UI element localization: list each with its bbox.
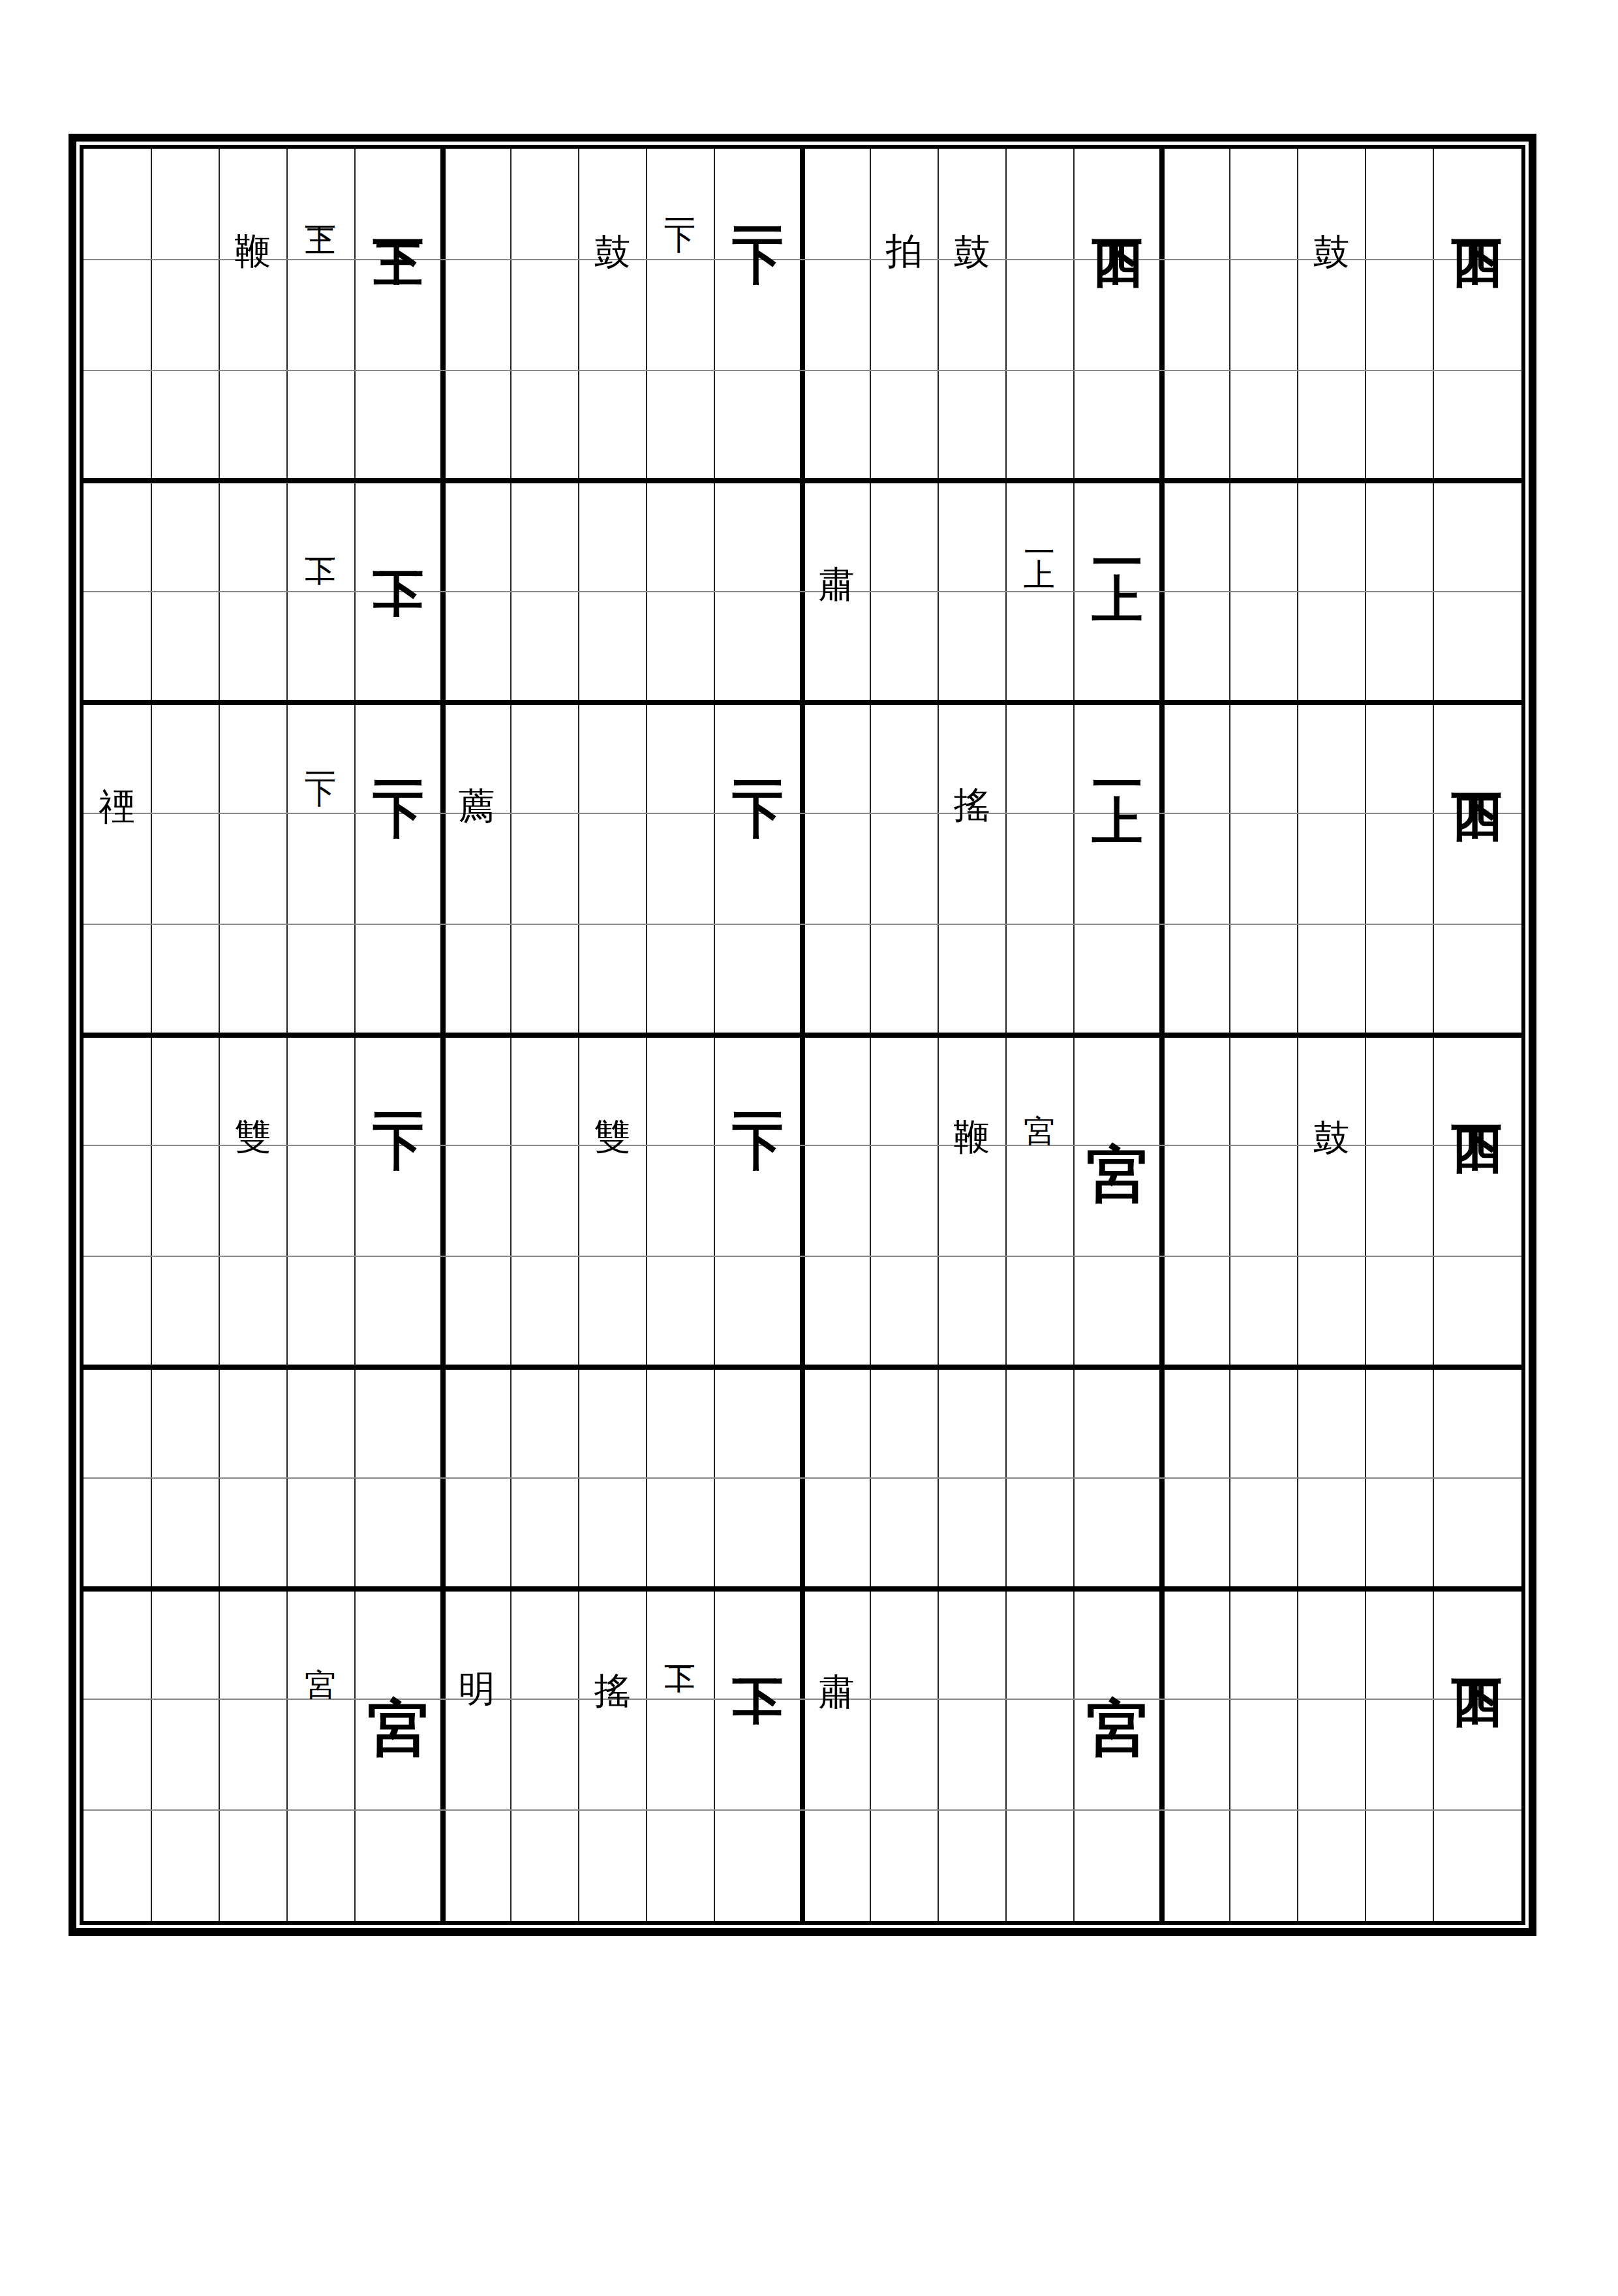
bak-cell: 拍 [870,149,938,260]
pitch-large-cell: 下四 [1433,1035,1521,1146]
pitch-large-cell: 上一 [1074,481,1162,592]
pitch-large-cell: 下二 [714,1589,802,1700]
pitch-large-cell: 下一 [714,702,802,813]
janggu-stroke-cell: 雙 [579,1035,647,1146]
glyph: 下三 [374,200,425,208]
lyric-cell: 明 [443,1589,511,1700]
pitch-large-cell: 上一 [1074,702,1162,813]
pitch-large-cell: 下四 [1433,149,1521,260]
janggu-stroke-cell: 鼓 [1298,149,1366,260]
pitch-large-cell: 下一 [355,702,443,813]
score-frame-outer: 鞭 下三 下三 鼓 下一 下一 拍 鼓 下四 鼓 下四 下二 下二 肅 上一 上… [69,134,1536,1936]
pitch-large-cell: 下二 [355,481,443,592]
glyph: 下四 [1452,1086,1503,1094]
glyph: 上一 [1093,532,1144,540]
lyric-cell: 肅 [802,481,870,592]
glyph: 下一 [733,754,784,762]
pitch-small-cell: 宮 [287,1589,355,1700]
pitch-small-cell: 下三 [287,149,355,260]
glyph: 下二 [665,1641,696,1646]
pitch-small-cell: 下一 [647,149,714,260]
janggu-stroke-cell: 搖 [938,702,1006,813]
glyph: 下四 [1452,200,1503,208]
lyric-cell: 禋 [84,702,151,813]
pitch-large-cell: 下一 [714,1035,802,1146]
janggu-stroke-cell: 鼓 [938,149,1006,260]
glyph: 下三 [305,202,337,207]
pitch-large-cell: 下一 [714,149,802,260]
pitch-small-cell: 宮 [1006,1035,1074,1146]
glyph: 下四 [1452,754,1503,762]
pitch-large-cell: 宮 [1074,1035,1162,1146]
glyph: 下一 [374,1086,425,1094]
score-frame-inner: 鞭 下三 下三 鼓 下一 下一 拍 鼓 下四 鼓 下四 下二 下二 肅 上一 上… [80,145,1525,1925]
pitch-large-cell: 下四 [1433,702,1521,813]
pitch-small-cell: 下二 [647,1589,714,1700]
pitch-large-cell: 下四 [1074,149,1162,260]
pitch-large-cell: 下一 [355,1035,443,1146]
lyric-cell: 肅 [802,1589,870,1700]
glyph: 上一 [1024,534,1056,539]
glyph: 下二 [733,1640,784,1648]
score-grid: 鞭 下三 下三 鼓 下一 下一 拍 鼓 下四 鼓 下四 下二 下二 肅 上一 上… [84,149,1521,1921]
glyph: 下一 [665,202,696,207]
glyph: 上一 [1093,754,1144,762]
pitch-large-cell: 下四 [1433,1589,1521,1700]
glyph: 宮 [1024,1089,1056,1091]
pitch-small-cell: 下一 [287,702,355,813]
lyric-cell: 薦 [443,702,511,813]
janggu-stroke-cell: 鼓 [1298,1035,1366,1146]
glyph: 下四 [1093,200,1144,208]
janggu-stroke-cell: 雙 [219,1035,287,1146]
pitch-small-cell: 下二 [287,481,355,592]
glyph: 下一 [733,1086,784,1094]
janggu-stroke-cell: 搖 [579,1589,647,1700]
score-page: 鞭 下三 下三 鼓 下一 下一 拍 鼓 下四 鼓 下四 下二 下二 肅 上一 上… [0,0,1618,2296]
pitch-small-cell: 上一 [1006,481,1074,592]
pitch-large-cell: 宮 [1074,1589,1162,1700]
pitch-large-cell: 宮 [355,1589,443,1700]
janggu-stroke-cell: 鼓 [579,149,647,260]
glyph: 下一 [733,200,784,208]
glyph: 下一 [305,755,337,761]
janggu-stroke-cell: 鞭 [938,1035,1006,1146]
glyph: 下四 [1452,1640,1503,1648]
glyph: 宮 [305,1642,337,1645]
pitch-large-cell: 下三 [355,149,443,260]
janggu-stroke-cell: 鞭 [219,149,287,260]
glyph: 下二 [374,532,425,540]
glyph: 下一 [374,754,425,762]
glyph: 下二 [305,534,337,539]
